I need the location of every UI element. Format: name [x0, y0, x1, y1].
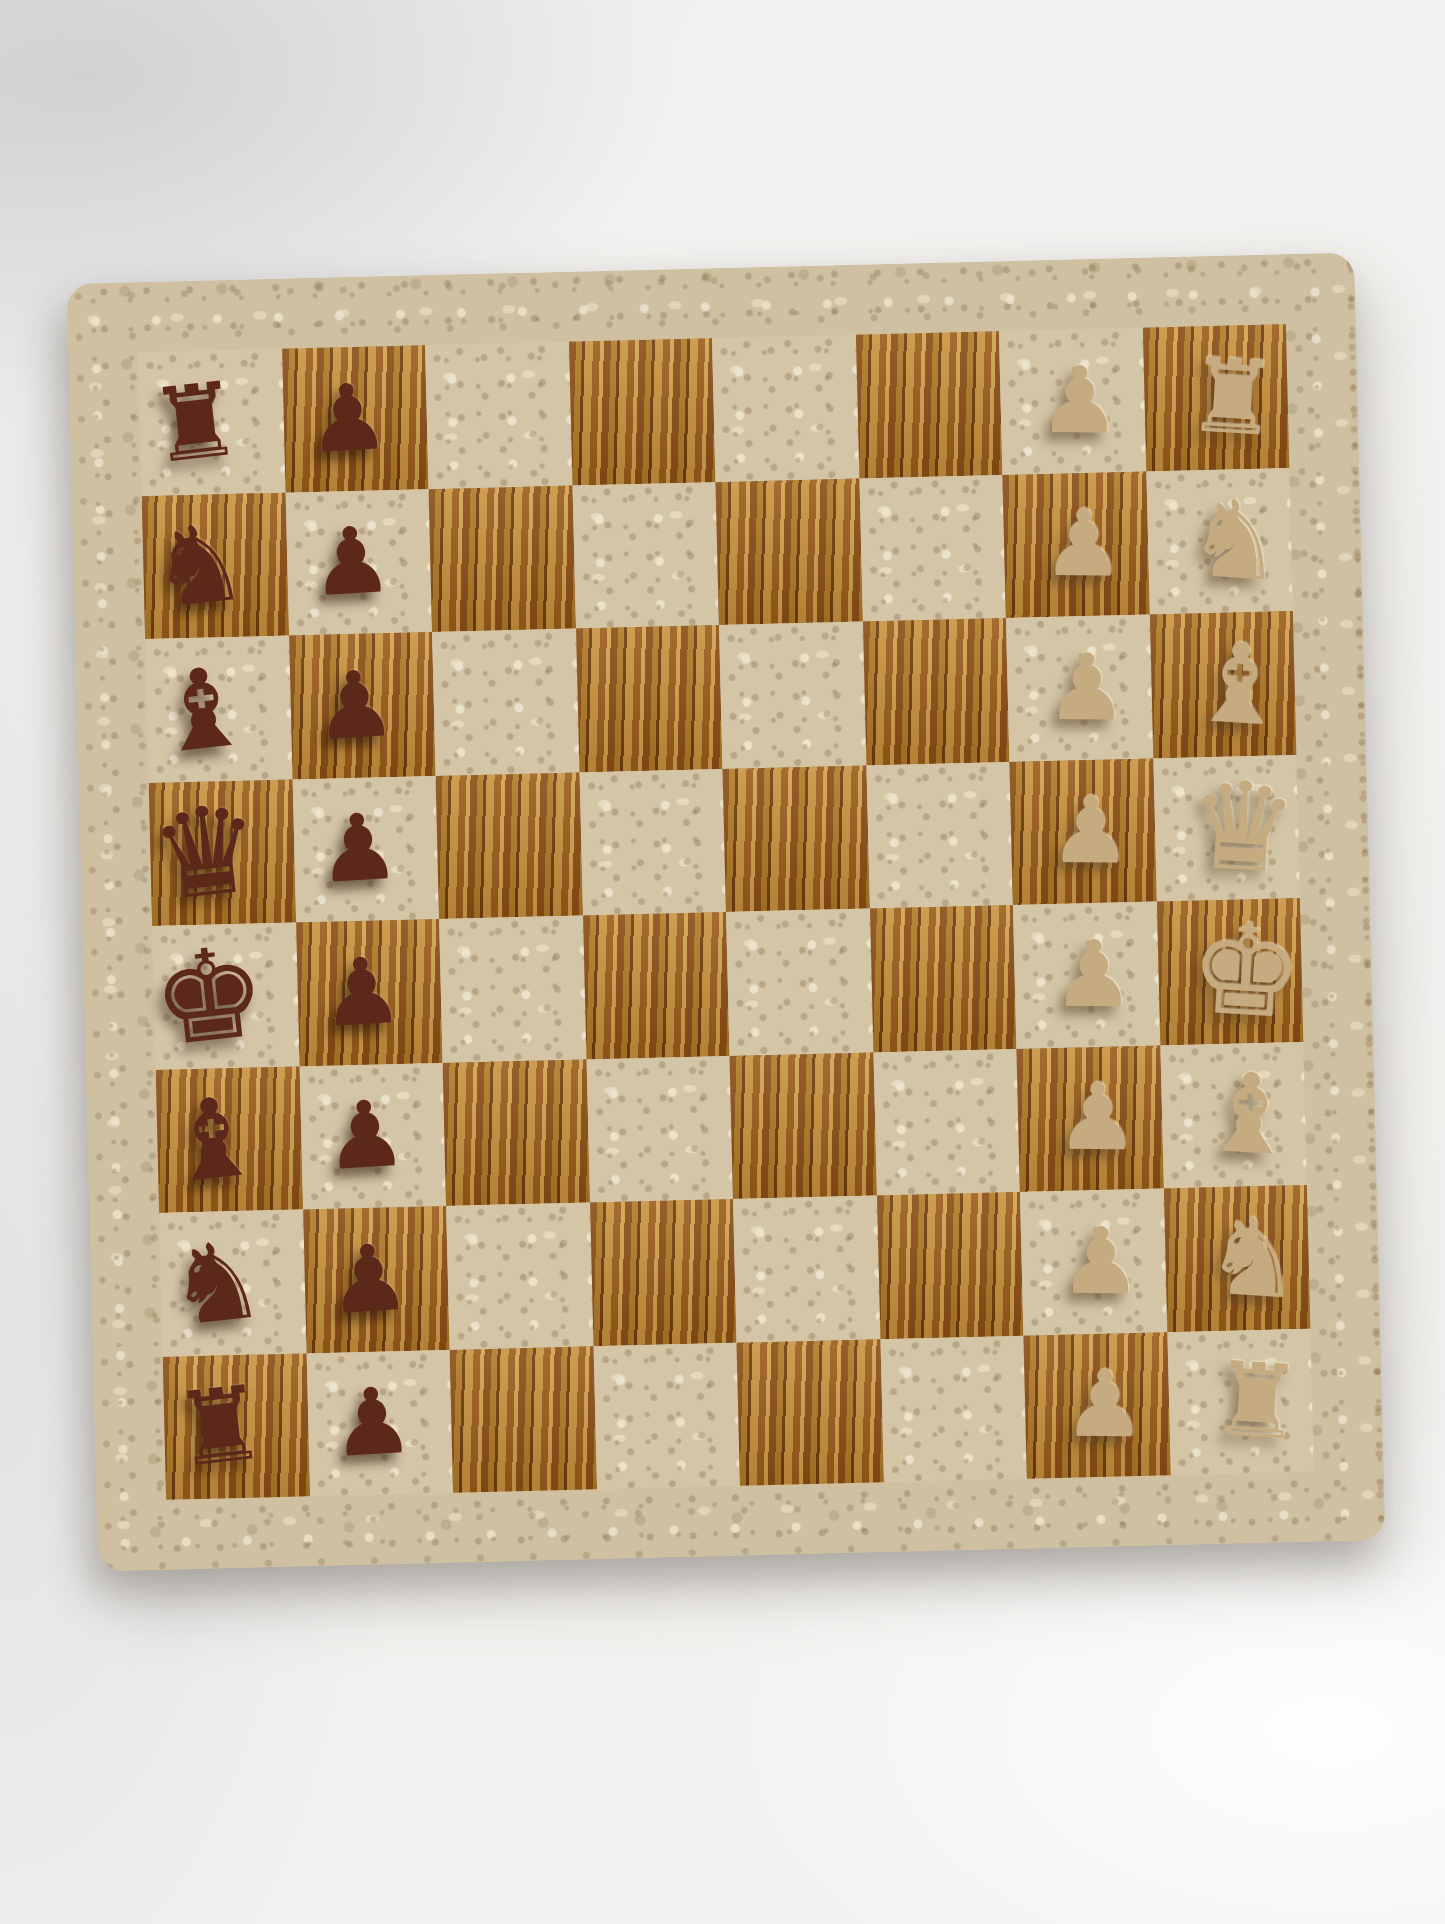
square-b2: ♟: [1002, 471, 1149, 618]
square-b7: ♟: [285, 489, 432, 636]
square-a6: [425, 342, 572, 489]
piece-white-rook: ♜: [1183, 343, 1281, 451]
square-d6: [436, 772, 583, 919]
piece-black-pawn: ♟: [322, 1088, 410, 1185]
square-d4: [722, 765, 869, 912]
square-c2: ♟: [1006, 615, 1153, 762]
square-h5: [593, 1342, 740, 1489]
square-e6: [439, 916, 586, 1063]
square-c5: [576, 625, 723, 772]
square-h1: ♜: [1167, 1328, 1314, 1475]
square-b1: ♞: [1146, 468, 1293, 615]
square-c7: ♟: [289, 632, 436, 779]
square-d3: [866, 762, 1013, 909]
square-a8: ♜: [138, 349, 285, 496]
piece-black-pawn: ♟: [304, 370, 392, 467]
square-e7: ♟: [296, 919, 443, 1066]
square-d2: ♟: [1009, 758, 1156, 905]
piece-black-queen: ♛: [145, 786, 267, 919]
square-a2: ♟: [999, 328, 1146, 475]
piece-black-pawn: ♟: [325, 1231, 413, 1328]
square-f3: [873, 1048, 1020, 1195]
piece-black-bishop: ♝: [158, 1080, 268, 1200]
square-g3: [876, 1192, 1023, 1339]
square-a4: [712, 335, 859, 482]
piece-white-pawn: ♟: [1048, 785, 1131, 878]
square-g7: ♟: [303, 1206, 450, 1353]
chess-board: ♜♟♟♜♞♟♟♞♝♟♟♝♛♟♟♛♚♟♟♚♝♟♟♝♞♟♟♞♜♟♟♜: [66, 252, 1385, 1571]
square-e2: ♟: [1013, 901, 1160, 1048]
square-e5: [583, 912, 730, 1059]
square-f8: ♝: [156, 1066, 303, 1213]
piece-white-bishop: ♝: [1186, 626, 1291, 742]
piece-black-pawn: ♟: [318, 944, 406, 1041]
square-f7: ♟: [299, 1062, 446, 1209]
square-f2: ♟: [1016, 1045, 1163, 1192]
square-g8: ♞: [159, 1209, 306, 1356]
square-h8: ♜: [163, 1353, 310, 1500]
square-c6: [432, 629, 579, 776]
piece-white-bishop: ♝: [1197, 1057, 1302, 1173]
square-a7: ♟: [282, 345, 429, 492]
square-f1: ♝: [1160, 1041, 1307, 1188]
board-grid: ♜♟♟♜♞♟♟♞♝♟♟♝♛♟♟♛♚♟♟♚♝♟♟♝♞♟♟♞♜♟♟♜: [138, 324, 1314, 1500]
square-b5: [572, 482, 719, 629]
square-f5: [586, 1055, 733, 1202]
square-c4: [719, 622, 866, 769]
piece-white-pawn: ♟: [1041, 498, 1124, 591]
square-a3: [855, 331, 1002, 478]
square-e8: ♚: [152, 923, 299, 1070]
square-g4: [733, 1195, 880, 1342]
square-d5: [579, 769, 726, 916]
piece-white-pawn: ♟: [1045, 641, 1128, 734]
square-b3: [859, 475, 1006, 622]
piece-black-rook: ♜: [144, 367, 246, 479]
piece-white-knight: ♞: [1184, 484, 1287, 598]
square-c1: ♝: [1149, 611, 1296, 758]
square-h7: ♟: [306, 1349, 453, 1496]
square-b8: ♞: [142, 492, 289, 639]
piece-white-pawn: ♟: [1038, 355, 1121, 448]
square-d1: ♛: [1153, 755, 1300, 902]
piece-white-pawn: ♟: [1062, 1359, 1145, 1452]
square-d8: ♛: [149, 779, 296, 926]
square-b6: [429, 485, 576, 632]
piece-black-pawn: ♟: [311, 657, 399, 754]
piece-black-pawn: ♟: [308, 514, 396, 611]
piece-white-knight: ♞: [1201, 1201, 1304, 1315]
square-g5: [590, 1199, 737, 1346]
piece-white-queen: ♛: [1184, 763, 1301, 892]
piece-white-pawn: ♟: [1055, 1072, 1138, 1165]
square-a1: ♜: [1142, 324, 1289, 471]
piece-black-knight: ♞: [163, 1224, 271, 1342]
square-e4: [726, 908, 873, 1055]
square-b4: [715, 478, 862, 625]
square-c8: ♝: [145, 636, 292, 783]
piece-black-king: ♚: [147, 927, 273, 1065]
piece-black-pawn: ♟: [329, 1375, 417, 1472]
square-h6: [450, 1346, 597, 1493]
piece-black-rook: ♜: [169, 1371, 271, 1483]
square-h3: [880, 1335, 1027, 1482]
square-e1: ♚: [1156, 898, 1303, 1045]
square-a5: [569, 338, 716, 485]
square-h2: ♟: [1023, 1332, 1170, 1479]
square-c3: [862, 618, 1009, 765]
piece-white-pawn: ♟: [1052, 928, 1135, 1021]
square-g6: [446, 1202, 593, 1349]
square-e3: [869, 905, 1016, 1052]
piece-white-rook: ♜: [1208, 1348, 1306, 1456]
piece-black-bishop: ♝: [148, 649, 258, 769]
piece-white-king: ♚: [1186, 905, 1307, 1038]
square-g1: ♞: [1163, 1185, 1310, 1332]
piece-white-pawn: ♟: [1059, 1215, 1142, 1308]
square-f4: [730, 1052, 877, 1199]
square-g2: ♟: [1020, 1188, 1167, 1335]
square-d7: ♟: [292, 776, 439, 923]
piece-black-pawn: ♟: [315, 801, 403, 898]
square-h4: [737, 1339, 884, 1486]
square-f6: [443, 1059, 590, 1206]
piece-black-knight: ♞: [145, 507, 253, 625]
